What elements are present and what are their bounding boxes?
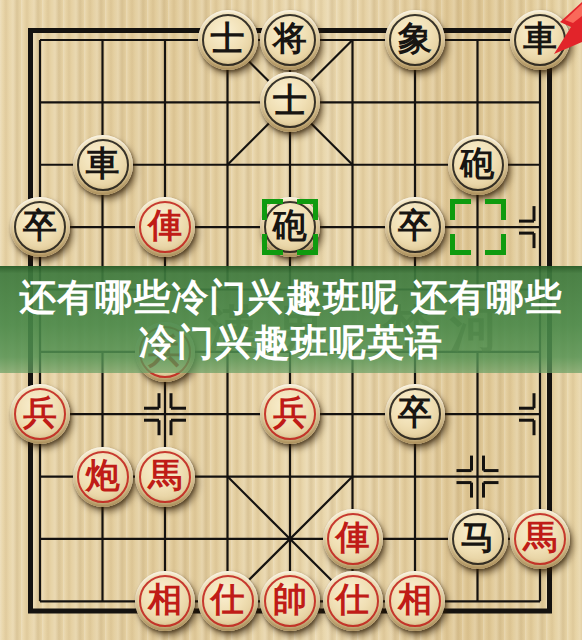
black-soldier[interactable]: 卒 [385,384,445,444]
black-soldier-glyph: 卒 [398,396,432,430]
black-soldier[interactable]: 卒 [10,197,70,257]
overlay-title-line1: 还有哪些冷门兴趣班呢 还有哪些 [19,275,562,320]
red-general-glyph: 帥 [273,583,307,617]
black-general[interactable]: 将 [260,10,320,70]
black-advisor-glyph: 士 [211,22,245,56]
black-cannon-glyph: 砲 [273,209,307,243]
red-soldier[interactable]: 兵 [260,384,320,444]
red-elephant-glyph: 相 [148,583,182,617]
red-elephant-glyph: 相 [398,583,432,617]
red-general[interactable]: 帥 [260,571,320,631]
black-advisor[interactable]: 士 [260,72,320,132]
black-soldier[interactable]: 卒 [385,197,445,257]
black-elephant-glyph: 象 [398,22,432,56]
black-cannon[interactable]: 砲 [260,197,320,257]
red-chariot[interactable]: 俥 [323,509,383,569]
red-soldier-glyph: 兵 [273,396,307,430]
black-advisor[interactable]: 士 [198,10,258,70]
black-horse[interactable]: 马 [448,509,508,569]
black-soldier-glyph: 卒 [23,209,57,243]
red-soldier[interactable]: 兵 [10,384,70,444]
black-horse-glyph: 马 [461,521,495,555]
red-elephant[interactable]: 相 [135,571,195,631]
red-elephant[interactable]: 相 [385,571,445,631]
red-chariot-glyph: 俥 [148,209,182,243]
black-cannon-glyph: 砲 [461,147,495,181]
red-soldier-glyph: 兵 [23,396,57,430]
red-horse[interactable]: 馬 [135,447,195,507]
red-arrow-icon [552,2,582,60]
black-cannon[interactable]: 砲 [448,135,508,195]
overlay-banner: 还有哪些冷门兴趣班呢 还有哪些 冷门兴趣班呢英语 [0,266,582,373]
black-soldier-glyph: 卒 [398,209,432,243]
black-elephant[interactable]: 象 [385,10,445,70]
xiangqi-board-screen: 漢界 楚河 士将象車士車砲卒俥砲卒兵兵兵卒炮馬俥马馬相仕帥仕相 还有哪些冷门兴趣… [0,0,582,640]
black-chariot-glyph: 車 [86,147,120,181]
red-advisor[interactable]: 仕 [198,571,258,631]
red-horse-glyph: 馬 [148,459,182,493]
red-advisor-glyph: 仕 [336,583,370,617]
red-chariot[interactable]: 俥 [135,197,195,257]
black-advisor-glyph: 士 [273,84,307,118]
red-cannon[interactable]: 炮 [73,447,133,507]
red-chariot-glyph: 俥 [336,521,370,555]
red-advisor[interactable]: 仕 [323,571,383,631]
red-horse[interactable]: 馬 [510,509,570,569]
red-cannon-glyph: 炮 [86,459,120,493]
black-general-glyph: 将 [273,22,307,56]
overlay-title-line2: 冷门兴趣班呢英语 [139,320,443,365]
black-chariot[interactable]: 車 [73,135,133,195]
red-advisor-glyph: 仕 [211,583,245,617]
red-horse-glyph: 馬 [523,521,557,555]
